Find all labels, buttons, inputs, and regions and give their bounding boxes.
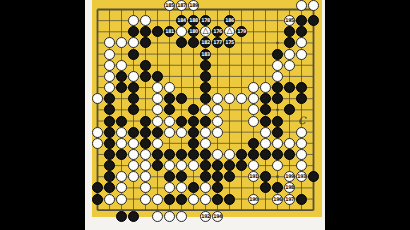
white-stone: 185 (164, 0, 175, 11)
black-stone (164, 194, 175, 205)
triangle-mark-icon: △ (202, 27, 208, 35)
letterbox-left (0, 0, 85, 230)
black-stone (188, 138, 199, 149)
white-stone (104, 60, 115, 71)
black-stone (116, 82, 127, 93)
black-stone (140, 60, 151, 71)
white-stone (164, 82, 175, 93)
white-stone: 187 (176, 0, 187, 11)
black-stone (140, 116, 151, 127)
move-number: 192 (201, 214, 210, 219)
move-number: 191 (249, 174, 258, 179)
white-stone (248, 116, 259, 127)
black-stone (200, 116, 211, 127)
move-number: 194 (213, 214, 222, 219)
move-number: 190 (249, 197, 258, 202)
black-stone (128, 49, 139, 60)
black-stone (128, 127, 139, 138)
black-stone (248, 138, 259, 149)
white-stone (164, 116, 175, 127)
white-stone (272, 71, 283, 82)
white-stone (308, 0, 319, 11)
white-stone (284, 138, 295, 149)
white-stone: 192 (200, 211, 211, 222)
white-stone (296, 149, 307, 160)
white-stone (176, 211, 187, 222)
white-stone (128, 149, 139, 160)
black-stone (272, 116, 283, 127)
black-stone (104, 149, 115, 160)
move-number: 189 (189, 3, 198, 8)
black-stone (140, 71, 151, 82)
white-stone (116, 127, 127, 138)
black-stone (188, 149, 199, 160)
black-stone (248, 149, 259, 160)
black-stone (272, 49, 283, 60)
white-stone: 196 (272, 194, 283, 205)
white-stone (152, 211, 163, 222)
move-number: 198 (285, 185, 294, 190)
move-number: 196 (273, 197, 282, 202)
white-stone (260, 82, 271, 93)
black-stone (128, 82, 139, 93)
black-stone (104, 116, 115, 127)
black-stone (200, 60, 211, 71)
move-number: 179 (237, 29, 246, 34)
black-stone (164, 149, 175, 160)
white-stone: 194 (212, 211, 223, 222)
black-stone (284, 82, 295, 93)
black-stone (152, 127, 163, 138)
white-stone (188, 194, 199, 205)
white-stone (164, 127, 175, 138)
white-stone (212, 149, 223, 160)
white-stone (296, 0, 307, 11)
black-stone (296, 194, 307, 205)
white-stone (152, 82, 163, 93)
white-stone (104, 82, 115, 93)
white-stone (92, 138, 103, 149)
black-stone (176, 116, 187, 127)
white-stone (272, 138, 283, 149)
triangle-mark-icon: △ (226, 27, 232, 35)
black-stone (260, 149, 271, 160)
black-stone (272, 149, 283, 160)
letterbox-right (325, 0, 410, 230)
white-stone (200, 194, 211, 205)
white-stone (116, 60, 127, 71)
black-stone (200, 71, 211, 82)
move-number: 197 (285, 197, 294, 202)
move-number: 188 (189, 18, 198, 23)
white-stone (212, 116, 223, 127)
black-stone (224, 194, 235, 205)
move-number: 181 (165, 29, 174, 34)
move-number: 175 (225, 40, 234, 45)
white-stone (296, 49, 307, 60)
black-stone (236, 149, 247, 160)
move-number: 199 (285, 174, 294, 179)
black-stone (152, 149, 163, 160)
move-number: 187 (177, 3, 186, 8)
white-stone (296, 138, 307, 149)
black-stone (200, 149, 211, 160)
move-number: 177 (213, 40, 222, 45)
white-stone: 189 (188, 0, 199, 11)
black-stone (116, 71, 127, 82)
white-stone (152, 138, 163, 149)
black-stone (176, 149, 187, 160)
move-number: 184 (177, 18, 186, 23)
white-stone (116, 194, 127, 205)
black-stone (104, 127, 115, 138)
black-stone (116, 116, 127, 127)
screenshot-stage: 185187189184188178186195181180△176△17918… (0, 0, 410, 230)
black-stone: 183 (200, 49, 211, 60)
white-stone (152, 116, 163, 127)
white-stone: 197 (284, 194, 295, 205)
black-stone (188, 116, 199, 127)
black-stone (212, 194, 223, 205)
black-stone (296, 82, 307, 93)
white-stone (284, 49, 295, 60)
black-stone (188, 127, 199, 138)
black-stone (272, 82, 283, 93)
white-stone (284, 60, 295, 71)
go-board[interactable]: 185187189184188178186195181180△176△17918… (92, 0, 322, 217)
black-stone (272, 127, 283, 138)
white-stone (248, 82, 259, 93)
white-stone (104, 71, 115, 82)
white-stone: 190 (248, 194, 259, 205)
black-stone (116, 211, 127, 222)
move-number: 185 (165, 3, 174, 8)
black-stone (176, 194, 187, 205)
black-stone (104, 138, 115, 149)
black-stone (140, 138, 151, 149)
white-stone (128, 138, 139, 149)
board-photo-area: 185187189184188178186195181180△176△17918… (85, 0, 325, 230)
white-stone (224, 149, 235, 160)
white-stone (200, 127, 211, 138)
white-stone (200, 138, 211, 149)
move-number: 183 (201, 52, 210, 57)
white-stone (104, 194, 115, 205)
white-stone (272, 60, 283, 71)
white-stone (296, 127, 307, 138)
black-stone (116, 149, 127, 160)
move-number: 182 (201, 40, 210, 45)
white-stone (164, 211, 175, 222)
white-stone (92, 127, 103, 138)
black-stone (284, 149, 295, 160)
black-stone (200, 82, 211, 93)
move-number: 176 (213, 29, 222, 34)
white-stone (212, 127, 223, 138)
white-stone (140, 194, 151, 205)
white-stone (116, 138, 127, 149)
white-stone (152, 194, 163, 205)
white-stone (104, 49, 115, 60)
black-stone (260, 116, 271, 127)
move-number: 186 (225, 18, 234, 23)
white-stone (260, 127, 271, 138)
white-stone (176, 127, 187, 138)
white-stone (260, 138, 271, 149)
black-stone (128, 211, 139, 222)
move-number: 180 (189, 29, 198, 34)
move-number: 195 (285, 18, 294, 23)
black-stone (92, 194, 103, 205)
black-stone (152, 71, 163, 82)
move-number: 178 (201, 18, 210, 23)
white-stone (140, 149, 151, 160)
black-stone (140, 127, 151, 138)
board-letter-annotation: C (298, 116, 306, 126)
move-number: 193 (297, 174, 306, 179)
white-stone (128, 71, 139, 82)
